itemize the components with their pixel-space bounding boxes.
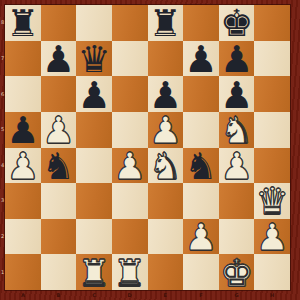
white-pawn-piece[interactable]: ♟: [256, 219, 289, 254]
square-e1[interactable]: [148, 254, 184, 290]
square-a5[interactable]: ♟: [5, 112, 41, 148]
file-labels: ABCDEFGH: [5, 290, 290, 300]
square-f1[interactable]: [183, 254, 219, 290]
square-c1[interactable]: ♜: [76, 254, 112, 290]
file-label-d: D: [112, 290, 148, 300]
square-h8[interactable]: [254, 5, 290, 41]
square-h4[interactable]: [254, 148, 290, 184]
white-rook-piece[interactable]: ♜: [77, 255, 110, 290]
square-c5[interactable]: [76, 112, 112, 148]
square-e2[interactable]: [148, 219, 184, 255]
white-pawn-piece[interactable]: ♟: [184, 219, 217, 254]
square-b5[interactable]: ♟: [41, 112, 77, 148]
square-e4[interactable]: ♞: [148, 148, 184, 184]
square-d6[interactable]: [112, 76, 148, 112]
square-h6[interactable]: [254, 76, 290, 112]
file-label-f: F: [183, 290, 219, 300]
white-knight-piece[interactable]: ♞: [220, 112, 253, 147]
file-label-b: B: [41, 290, 77, 300]
white-pawn-piece[interactable]: ♟: [42, 112, 75, 147]
square-g8[interactable]: ♚: [219, 5, 255, 41]
square-b3[interactable]: [41, 183, 77, 219]
square-d7[interactable]: [112, 41, 148, 77]
square-h5[interactable]: [254, 112, 290, 148]
square-d2[interactable]: [112, 219, 148, 255]
square-g7[interactable]: ♟: [219, 41, 255, 77]
square-c4[interactable]: [76, 148, 112, 184]
square-c8[interactable]: [76, 5, 112, 41]
black-pawn-piece[interactable]: ♟: [77, 77, 110, 112]
square-e6[interactable]: ♟: [148, 76, 184, 112]
file-label-h: H: [254, 290, 290, 300]
black-rook-piece[interactable]: ♜: [6, 5, 39, 40]
white-king-piece[interactable]: ♚: [220, 255, 253, 290]
square-f5[interactable]: [183, 112, 219, 148]
square-e7[interactable]: [148, 41, 184, 77]
square-g5[interactable]: ♞: [219, 112, 255, 148]
chess-board-frame: 87654321 ABCDEFGH ♜♜♚♟♛♟♟♟♟♟♟♟♟♞♟♞♟♞♞♟♛♟…: [0, 0, 300, 300]
square-a8[interactable]: ♜: [5, 5, 41, 41]
file-label-c: C: [76, 290, 112, 300]
square-b8[interactable]: [41, 5, 77, 41]
square-a4[interactable]: ♟: [5, 148, 41, 184]
black-pawn-piece[interactable]: ♟: [6, 112, 39, 147]
file-label-a: A: [5, 290, 41, 300]
square-e3[interactable]: [148, 183, 184, 219]
square-d1[interactable]: ♜: [112, 254, 148, 290]
file-label-g: G: [219, 290, 255, 300]
square-a6[interactable]: [5, 76, 41, 112]
square-b4[interactable]: ♞: [41, 148, 77, 184]
rank-label-3: 3: [0, 183, 5, 219]
square-f2[interactable]: ♟: [183, 219, 219, 255]
file-label-e: E: [148, 290, 184, 300]
black-pawn-piece[interactable]: ♟: [220, 77, 253, 112]
white-pawn-piece[interactable]: ♟: [220, 148, 253, 183]
black-pawn-piece[interactable]: ♟: [42, 41, 75, 76]
square-d3[interactable]: [112, 183, 148, 219]
white-rook-piece[interactable]: ♜: [113, 255, 146, 290]
rank-label-2: 2: [0, 219, 5, 255]
board: ♜♜♚♟♛♟♟♟♟♟♟♟♟♞♟♞♟♞♞♟♛♟♟♜♜♚: [5, 5, 290, 290]
black-king-piece[interactable]: ♚: [220, 5, 253, 40]
square-d4[interactable]: ♟: [112, 148, 148, 184]
square-f3[interactable]: [183, 183, 219, 219]
square-g4[interactable]: ♟: [219, 148, 255, 184]
black-pawn-piece[interactable]: ♟: [149, 77, 182, 112]
square-f8[interactable]: [183, 5, 219, 41]
square-a1[interactable]: [5, 254, 41, 290]
black-rook-piece[interactable]: ♜: [149, 5, 182, 40]
square-h1[interactable]: [254, 254, 290, 290]
square-b6[interactable]: [41, 76, 77, 112]
square-f6[interactable]: [183, 76, 219, 112]
black-queen-piece[interactable]: ♛: [77, 41, 110, 76]
square-a2[interactable]: [5, 219, 41, 255]
square-g3[interactable]: [219, 183, 255, 219]
square-d8[interactable]: [112, 5, 148, 41]
square-e5[interactable]: ♟: [148, 112, 184, 148]
square-c6[interactable]: ♟: [76, 76, 112, 112]
white-pawn-piece[interactable]: ♟: [6, 148, 39, 183]
square-b2[interactable]: [41, 219, 77, 255]
square-c3[interactable]: [76, 183, 112, 219]
square-e8[interactable]: ♜: [148, 5, 184, 41]
square-b7[interactable]: ♟: [41, 41, 77, 77]
white-pawn-piece[interactable]: ♟: [113, 148, 146, 183]
square-h2[interactable]: ♟: [254, 219, 290, 255]
square-h3[interactable]: ♛: [254, 183, 290, 219]
white-knight-piece[interactable]: ♞: [149, 148, 182, 183]
white-queen-piece[interactable]: ♛: [256, 183, 289, 218]
black-knight-piece[interactable]: ♞: [184, 148, 217, 183]
rank-label-1: 1: [0, 254, 5, 290]
square-g6[interactable]: ♟: [219, 76, 255, 112]
rank-label-7: 7: [0, 41, 5, 77]
square-d5[interactable]: [112, 112, 148, 148]
square-b1[interactable]: [41, 254, 77, 290]
square-g1[interactable]: ♚: [219, 254, 255, 290]
rank-labels: 87654321: [0, 5, 5, 290]
square-a3[interactable]: [5, 183, 41, 219]
rank-label-5: 5: [0, 112, 5, 148]
black-pawn-piece[interactable]: ♟: [184, 41, 217, 76]
square-f7[interactable]: ♟: [183, 41, 219, 77]
rank-label-6: 6: [0, 76, 5, 112]
black-pawn-piece[interactable]: ♟: [220, 41, 253, 76]
square-c2[interactable]: [76, 219, 112, 255]
rank-label-8: 8: [0, 5, 5, 41]
square-f4[interactable]: ♞: [183, 148, 219, 184]
square-g2[interactable]: [219, 219, 255, 255]
square-h7[interactable]: [254, 41, 290, 77]
rank-label-4: 4: [0, 148, 5, 184]
square-a7[interactable]: [5, 41, 41, 77]
white-pawn-piece[interactable]: ♟: [149, 112, 182, 147]
black-knight-piece[interactable]: ♞: [42, 148, 75, 183]
square-c7[interactable]: ♛: [76, 41, 112, 77]
